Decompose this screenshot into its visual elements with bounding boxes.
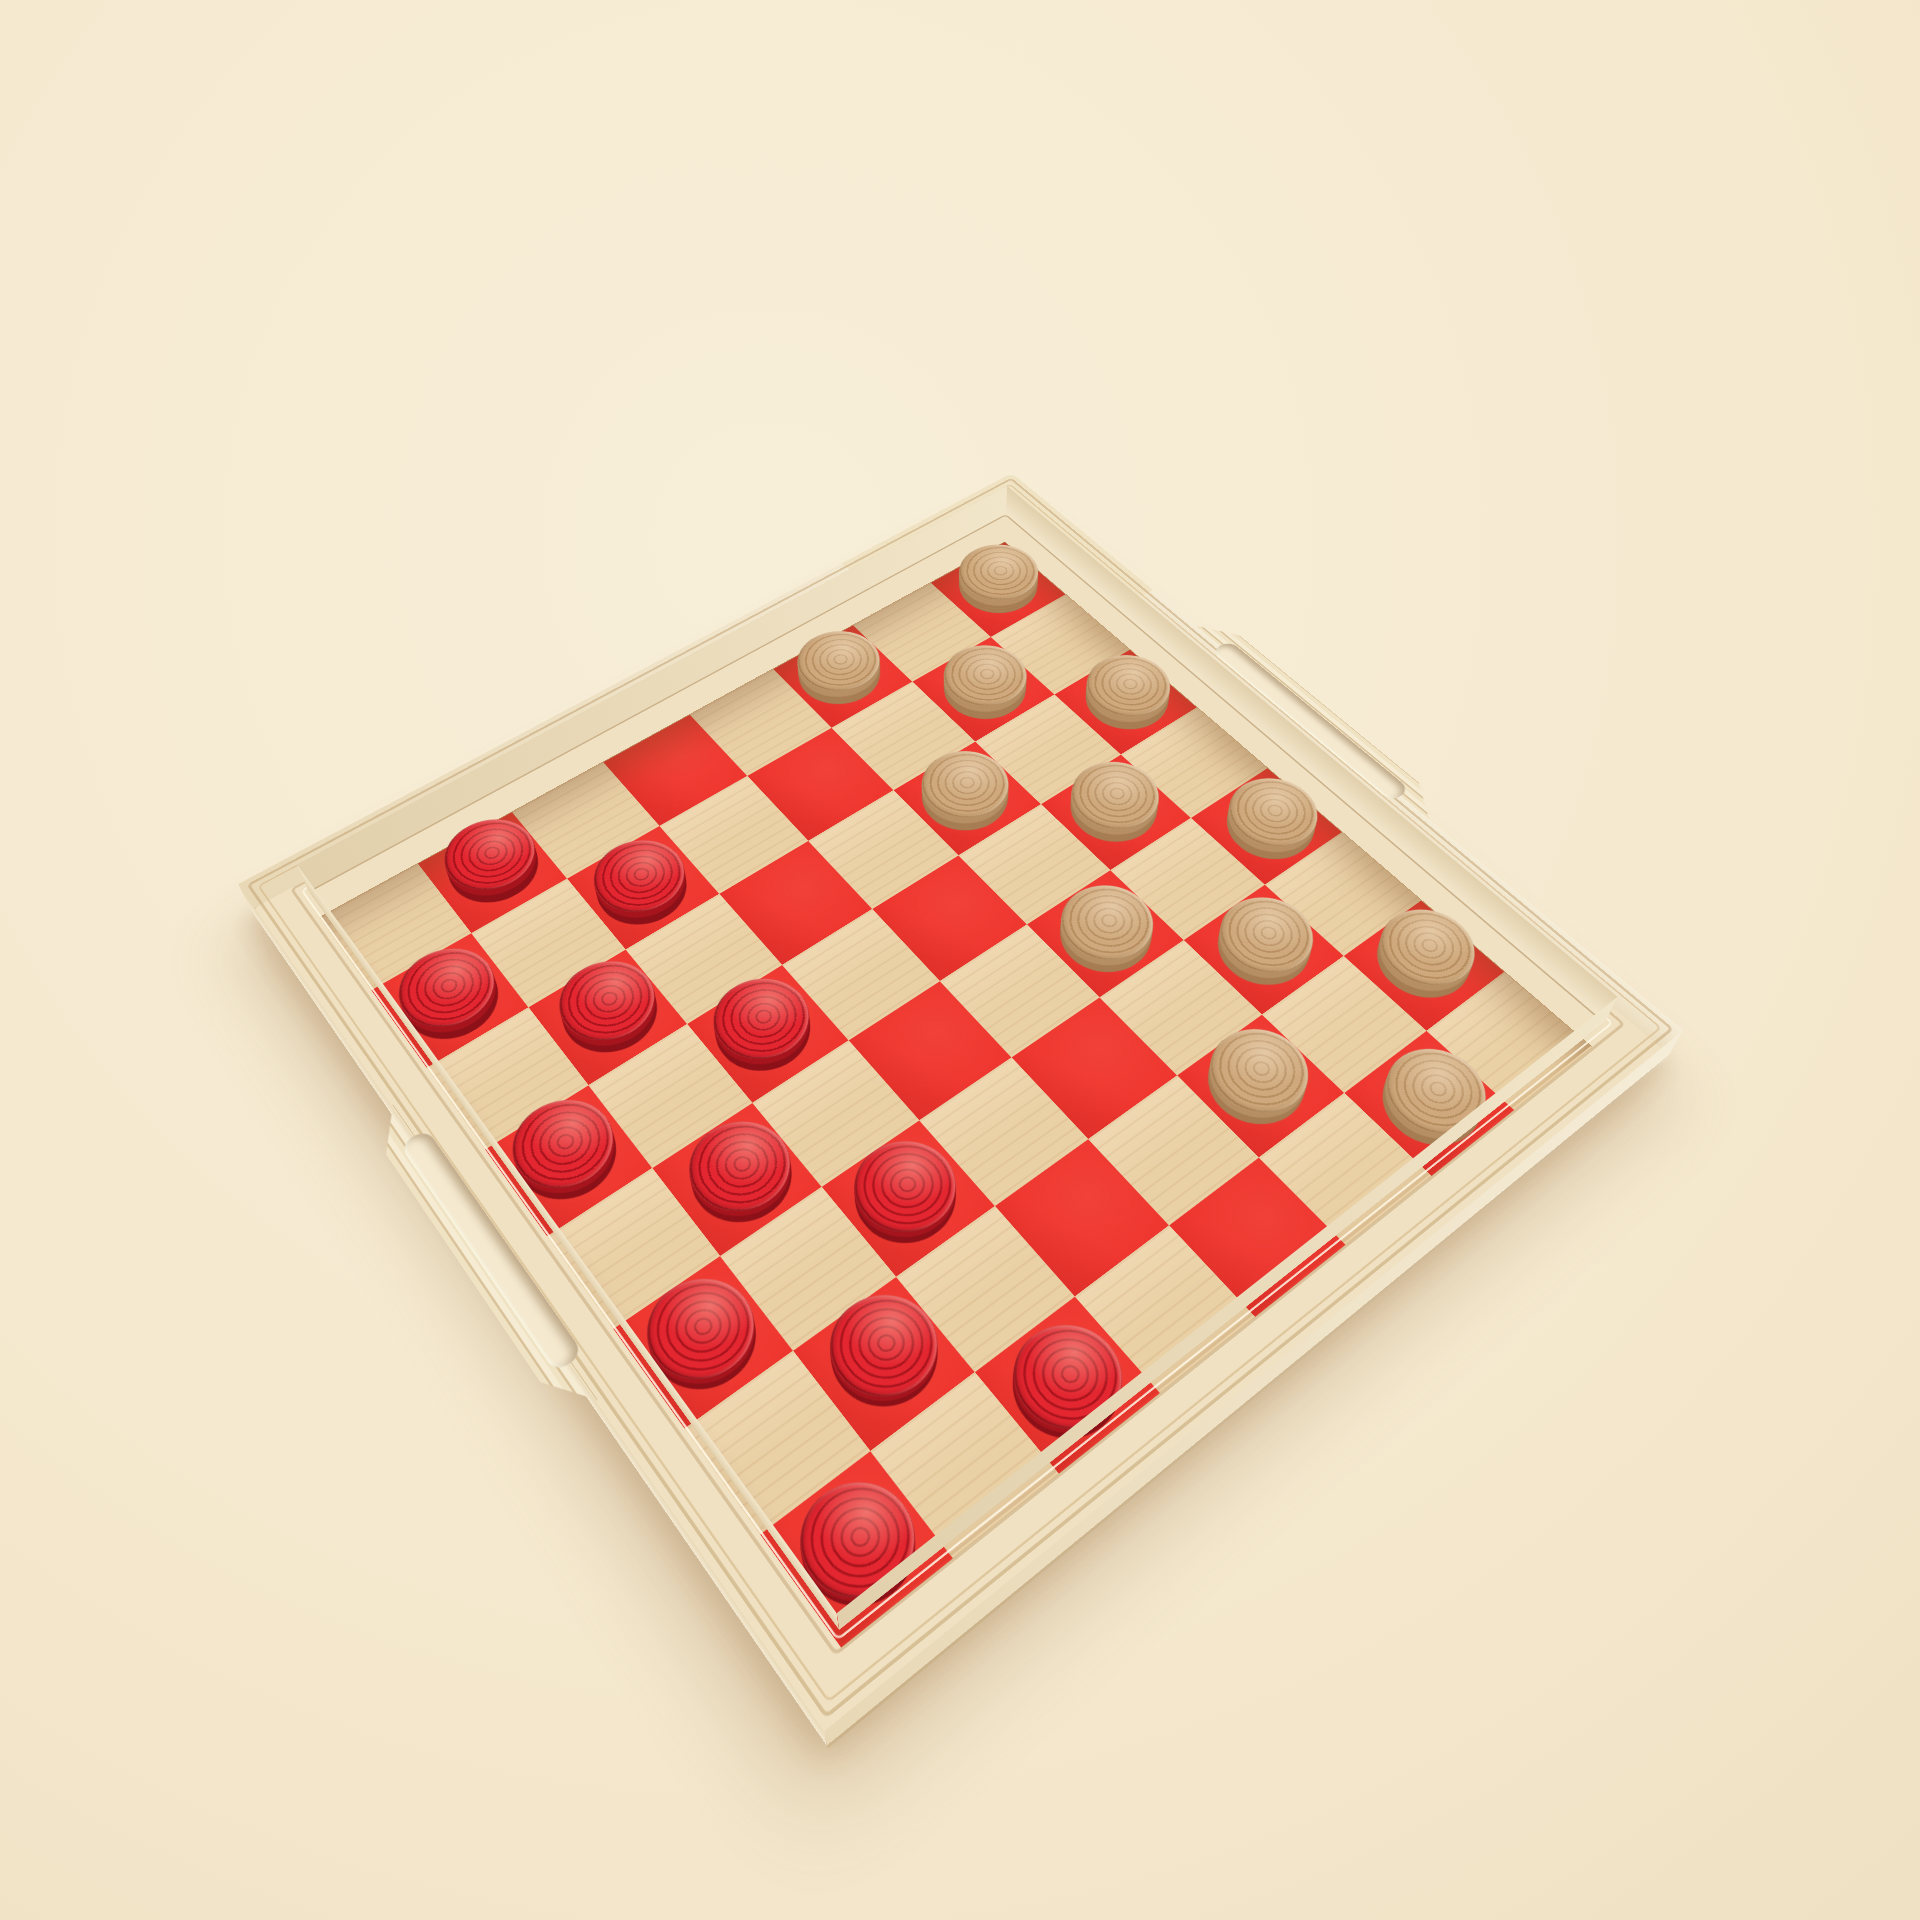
photo-scene [0,0,1920,1920]
checkers-tray [251,500,1670,1745]
plywood-lamination-line [300,509,1613,1641]
plywood-lamination-line [290,503,1626,1657]
tray-rim [238,473,1683,1731]
tray-handle-cutout[interactable] [399,1128,584,1373]
plywood-lamination-line [309,514,1605,1630]
